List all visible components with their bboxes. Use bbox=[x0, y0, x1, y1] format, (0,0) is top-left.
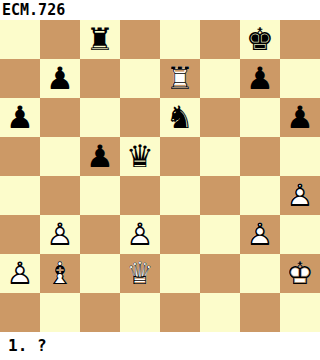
square-g4[interactable] bbox=[240, 176, 280, 215]
square-h6[interactable]: ♟ bbox=[280, 98, 320, 137]
square-d2[interactable]: ♛♕ bbox=[120, 254, 160, 293]
white-rook: ♖ bbox=[160, 59, 200, 98]
white-bishop: ♗ bbox=[40, 254, 80, 293]
square-a4[interactable] bbox=[0, 176, 40, 215]
square-c7[interactable] bbox=[80, 59, 120, 98]
square-d3[interactable]: ♟♙ bbox=[120, 215, 160, 254]
square-a3[interactable] bbox=[0, 215, 40, 254]
white-pawn-fill: ♟ bbox=[280, 176, 320, 215]
square-g7[interactable]: ♟ bbox=[240, 59, 280, 98]
black-pawn: ♟ bbox=[0, 98, 40, 137]
white-pawn: ♙ bbox=[240, 215, 280, 254]
square-b4[interactable] bbox=[40, 176, 80, 215]
square-h4[interactable]: ♟♙ bbox=[280, 176, 320, 215]
square-e1[interactable] bbox=[160, 293, 200, 332]
white-pawn: ♙ bbox=[40, 215, 80, 254]
white-pawn: ♙ bbox=[280, 176, 320, 215]
square-f3[interactable] bbox=[200, 215, 240, 254]
square-g3[interactable]: ♟♙ bbox=[240, 215, 280, 254]
square-f6[interactable] bbox=[200, 98, 240, 137]
square-c6[interactable] bbox=[80, 98, 120, 137]
white-pawn: ♙ bbox=[120, 215, 160, 254]
black-pawn: ♟ bbox=[80, 137, 120, 176]
square-e6[interactable]: ♞ bbox=[160, 98, 200, 137]
move-prompt: 1. ? bbox=[0, 332, 320, 360]
chess-board: ♜♚♟♜♖♟♟♞♟♟♛♟♙♟♙♟♙♟♙♟♙♝♗♛♕♚♔ bbox=[0, 20, 320, 332]
square-e4[interactable] bbox=[160, 176, 200, 215]
black-knight: ♞ bbox=[160, 98, 200, 137]
square-c4[interactable] bbox=[80, 176, 120, 215]
white-pawn-fill: ♟ bbox=[40, 215, 80, 254]
square-g2[interactable] bbox=[240, 254, 280, 293]
black-rook: ♜ bbox=[80, 20, 120, 59]
square-a5[interactable] bbox=[0, 137, 40, 176]
white-king: ♔ bbox=[280, 254, 320, 293]
black-pawn: ♟ bbox=[280, 98, 320, 137]
black-pawn: ♟ bbox=[40, 59, 80, 98]
square-h1[interactable] bbox=[280, 293, 320, 332]
square-h3[interactable] bbox=[280, 215, 320, 254]
square-b5[interactable] bbox=[40, 137, 80, 176]
square-d7[interactable] bbox=[120, 59, 160, 98]
square-e8[interactable] bbox=[160, 20, 200, 59]
square-h2[interactable]: ♚♔ bbox=[280, 254, 320, 293]
square-h8[interactable] bbox=[280, 20, 320, 59]
square-d1[interactable] bbox=[120, 293, 160, 332]
square-f7[interactable] bbox=[200, 59, 240, 98]
square-f8[interactable] bbox=[200, 20, 240, 59]
square-b2[interactable]: ♝♗ bbox=[40, 254, 80, 293]
square-c5[interactable]: ♟ bbox=[80, 137, 120, 176]
black-king: ♚ bbox=[240, 20, 280, 59]
square-e3[interactable] bbox=[160, 215, 200, 254]
square-a6[interactable]: ♟ bbox=[0, 98, 40, 137]
square-d5[interactable]: ♛ bbox=[120, 137, 160, 176]
white-pawn: ♙ bbox=[0, 254, 40, 293]
square-b8[interactable] bbox=[40, 20, 80, 59]
black-queen: ♛ bbox=[120, 137, 160, 176]
square-f1[interactable] bbox=[200, 293, 240, 332]
white-rook-fill: ♜ bbox=[160, 59, 200, 98]
square-g1[interactable] bbox=[240, 293, 280, 332]
square-e2[interactable] bbox=[160, 254, 200, 293]
square-b7[interactable]: ♟ bbox=[40, 59, 80, 98]
square-f2[interactable] bbox=[200, 254, 240, 293]
square-h7[interactable] bbox=[280, 59, 320, 98]
white-queen-fill: ♛ bbox=[120, 254, 160, 293]
white-bishop-fill: ♝ bbox=[40, 254, 80, 293]
square-g8[interactable]: ♚ bbox=[240, 20, 280, 59]
square-a8[interactable] bbox=[0, 20, 40, 59]
square-b3[interactable]: ♟♙ bbox=[40, 215, 80, 254]
square-e7[interactable]: ♜♖ bbox=[160, 59, 200, 98]
square-a1[interactable] bbox=[0, 293, 40, 332]
square-c3[interactable] bbox=[80, 215, 120, 254]
square-b6[interactable] bbox=[40, 98, 80, 137]
square-d6[interactable] bbox=[120, 98, 160, 137]
square-f5[interactable] bbox=[200, 137, 240, 176]
white-pawn-fill: ♟ bbox=[120, 215, 160, 254]
white-pawn-fill: ♟ bbox=[240, 215, 280, 254]
square-g5[interactable] bbox=[240, 137, 280, 176]
square-a7[interactable] bbox=[0, 59, 40, 98]
white-pawn-fill: ♟ bbox=[0, 254, 40, 293]
square-c1[interactable] bbox=[80, 293, 120, 332]
square-g6[interactable] bbox=[240, 98, 280, 137]
square-d4[interactable] bbox=[120, 176, 160, 215]
square-c8[interactable]: ♜ bbox=[80, 20, 120, 59]
square-b1[interactable] bbox=[40, 293, 80, 332]
square-c2[interactable] bbox=[80, 254, 120, 293]
white-queen: ♕ bbox=[120, 254, 160, 293]
page-title: ECM.726 bbox=[0, 0, 320, 20]
square-h5[interactable] bbox=[280, 137, 320, 176]
square-f4[interactable] bbox=[200, 176, 240, 215]
chess-diagram-page: ECM.726 ♜♚♟♜♖♟♟♞♟♟♛♟♙♟♙♟♙♟♙♟♙♝♗♛♕♚♔ 1. ? bbox=[0, 0, 320, 360]
square-d8[interactable] bbox=[120, 20, 160, 59]
square-a2[interactable]: ♟♙ bbox=[0, 254, 40, 293]
white-king-fill: ♚ bbox=[280, 254, 320, 293]
black-pawn: ♟ bbox=[240, 59, 280, 98]
square-e5[interactable] bbox=[160, 137, 200, 176]
